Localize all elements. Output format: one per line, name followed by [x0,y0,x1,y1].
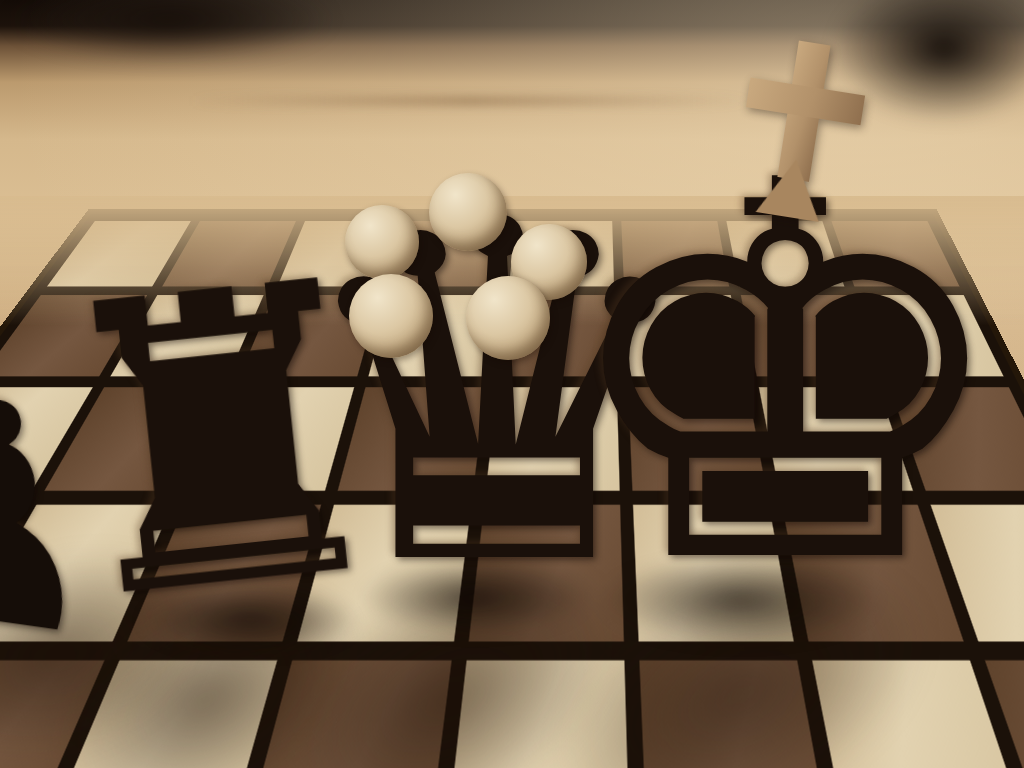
photo-stage: ♟ ♜ ♛ ♚ [0,0,1024,768]
queen-crown-ball [349,274,433,358]
king-cross-finial [726,33,878,201]
dark-top-left-edge [0,0,380,74]
cross-base-cone [756,155,828,222]
queen-crown-ball [345,205,419,279]
queen-crown-ball [466,276,550,360]
queen-crown-ball [429,173,507,251]
